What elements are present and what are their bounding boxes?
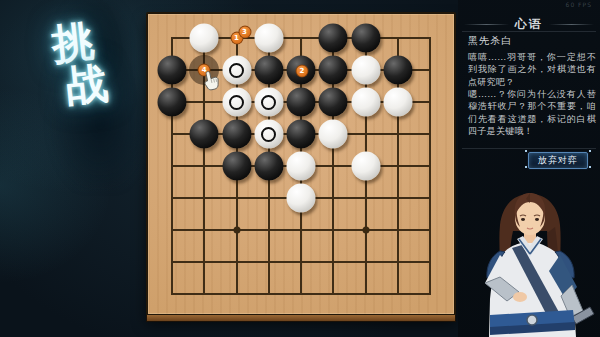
black-stone: [287, 120, 316, 149]
fps-counter: 60 FPS: [566, 1, 592, 8]
white-stone-marked: [222, 56, 251, 85]
mark-ring: [229, 95, 244, 110]
black-stone: [158, 88, 187, 117]
dialog-paragraph: 嘻嘻……羽哥哥，你一定想不到我除了画之外，对棋道也有点研究吧？: [468, 51, 596, 88]
white-stone: [383, 88, 412, 117]
white-stone: [351, 88, 380, 117]
white-stone: [351, 152, 380, 181]
white-stone: [287, 184, 316, 213]
star-point: [362, 227, 369, 234]
title-divider-right: [549, 24, 594, 25]
mark-ring: [261, 95, 276, 110]
character-portrait: [460, 187, 600, 337]
white-stone: [319, 120, 348, 149]
black-stone: [351, 24, 380, 53]
white-stone-marked: [222, 88, 251, 117]
title-divider-left: [464, 24, 509, 25]
white-stone-marked: [254, 88, 283, 117]
black-stone: [222, 152, 251, 181]
black-stone: [319, 88, 348, 117]
go-grid[interactable]: 1324: [172, 38, 430, 294]
go-board[interactable]: 1324: [146, 12, 456, 316]
app-root: 挑战 1324 心语 黑先杀白 嘻嘻……羽哥哥，你一定想不到我除了画之外，对棋道…: [0, 0, 600, 337]
move-number-badge: 3: [238, 26, 251, 39]
black-stone: [254, 152, 283, 181]
panel-divider-bottom: [462, 148, 596, 149]
challenge-banner: 挑战: [44, 14, 114, 114]
white-stone: [351, 56, 380, 85]
black-stone: [287, 88, 316, 117]
grid-line: [171, 229, 431, 231]
white-stone: [287, 152, 316, 181]
black-stone: [383, 56, 412, 85]
black-stone: [319, 24, 348, 53]
puzzle-task-label: 黑先杀白: [468, 34, 512, 48]
black-stone: [158, 56, 187, 85]
challenge-banner-glyph: 战: [64, 62, 110, 108]
panel-divider-top: [462, 31, 596, 32]
give-up-button[interactable]: 放弃对弈: [528, 152, 588, 169]
white-stone-marked: [254, 120, 283, 149]
mark-ring: [229, 63, 244, 78]
white-stone: [254, 24, 283, 53]
star-point: [233, 227, 240, 234]
black-stone: [222, 120, 251, 149]
grid-line: [429, 37, 431, 295]
black-stone: [319, 56, 348, 85]
grid-line: [171, 293, 431, 295]
black-stone: [190, 120, 219, 149]
dialog-paragraph: 嗯……？你问为什么没有人替穆浩轩收尸？那个不重要，咱们先看看这道题，标记的白棋四…: [468, 88, 596, 138]
move-number-badge: 2: [296, 65, 309, 78]
black-stone: [254, 56, 283, 85]
grid-line: [171, 261, 431, 263]
mark-ring: [261, 127, 276, 142]
white-stone: [190, 24, 219, 53]
